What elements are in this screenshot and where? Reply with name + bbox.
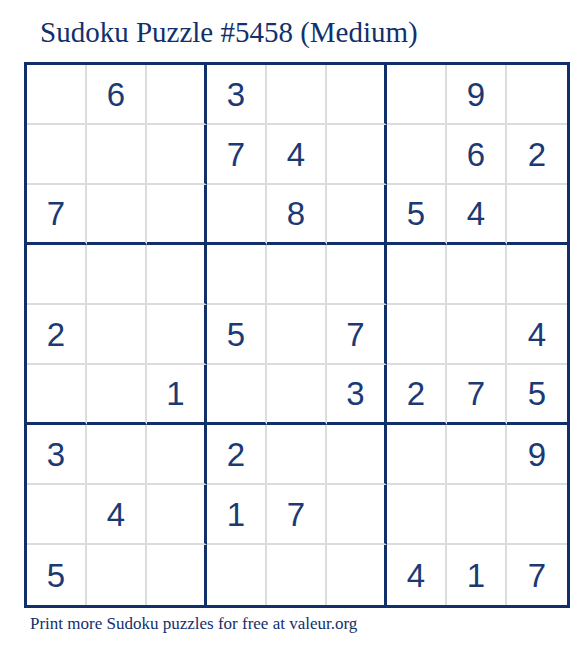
sudoku-cell[interactable] <box>147 185 207 245</box>
sudoku-cell[interactable] <box>327 425 387 485</box>
sudoku-cell[interactable] <box>447 485 507 545</box>
sudoku-cell[interactable]: 3 <box>207 65 267 125</box>
sudoku-cell[interactable]: 7 <box>27 185 87 245</box>
sudoku-cell[interactable] <box>447 425 507 485</box>
sudoku-cell[interactable]: 6 <box>447 125 507 185</box>
sudoku-cell[interactable] <box>507 185 567 245</box>
sudoku-cell[interactable]: 1 <box>447 545 507 605</box>
sudoku-cell[interactable] <box>27 245 87 305</box>
sudoku-cell[interactable]: 4 <box>447 185 507 245</box>
sudoku-cell[interactable] <box>387 125 447 185</box>
sudoku-cell[interactable] <box>27 485 87 545</box>
sudoku-cell[interactable] <box>447 245 507 305</box>
sudoku-cell[interactable] <box>267 245 327 305</box>
sudoku-cell[interactable]: 5 <box>27 545 87 605</box>
sudoku-cell[interactable] <box>147 245 207 305</box>
sudoku-cell[interactable]: 7 <box>207 125 267 185</box>
sudoku-cell[interactable]: 4 <box>267 125 327 185</box>
sudoku-cell[interactable] <box>327 125 387 185</box>
sudoku-cell[interactable] <box>327 485 387 545</box>
sudoku-cell[interactable]: 3 <box>327 365 387 425</box>
sudoku-cell[interactable]: 5 <box>387 185 447 245</box>
sudoku-cell[interactable] <box>327 65 387 125</box>
sudoku-cell[interactable]: 2 <box>207 425 267 485</box>
sudoku-cell[interactable] <box>267 305 327 365</box>
sudoku-cell[interactable]: 2 <box>387 365 447 425</box>
sudoku-cell[interactable]: 2 <box>507 125 567 185</box>
sudoku-cell[interactable] <box>87 305 147 365</box>
sudoku-cell[interactable] <box>87 185 147 245</box>
sudoku-cell[interactable] <box>387 65 447 125</box>
sudoku-cell[interactable]: 5 <box>207 305 267 365</box>
sudoku-cell[interactable]: 7 <box>507 545 567 605</box>
sudoku-cell[interactable] <box>87 125 147 185</box>
sudoku-cell[interactable] <box>507 65 567 125</box>
sudoku-cell[interactable] <box>147 425 207 485</box>
sudoku-cell[interactable] <box>27 65 87 125</box>
sudoku-cell[interactable] <box>147 305 207 365</box>
sudoku-cell[interactable] <box>27 365 87 425</box>
sudoku-cell[interactable]: 1 <box>207 485 267 545</box>
footer-text: Print more Sudoku puzzles for free at va… <box>30 614 357 634</box>
sudoku-cell[interactable] <box>267 545 327 605</box>
sudoku-cell[interactable]: 4 <box>387 545 447 605</box>
sudoku-cell[interactable] <box>447 305 507 365</box>
puzzle-page: Sudoku Puzzle #5458 (Medium) 63974627854… <box>0 0 574 651</box>
sudoku-cell[interactable]: 1 <box>147 365 207 425</box>
sudoku-cell[interactable] <box>387 305 447 365</box>
sudoku-cell[interactable]: 4 <box>507 305 567 365</box>
sudoku-cell[interactable] <box>147 485 207 545</box>
sudoku-cell[interactable] <box>267 365 327 425</box>
sudoku-cell[interactable] <box>387 425 447 485</box>
sudoku-cell[interactable] <box>327 245 387 305</box>
sudoku-board: 639746278542574132753294175417 <box>24 62 570 608</box>
sudoku-cell[interactable]: 8 <box>267 185 327 245</box>
sudoku-cell[interactable] <box>327 185 387 245</box>
sudoku-cell[interactable]: 7 <box>447 365 507 425</box>
sudoku-cell[interactable] <box>147 65 207 125</box>
sudoku-cell[interactable] <box>87 365 147 425</box>
sudoku-cell[interactable]: 7 <box>267 485 327 545</box>
sudoku-cell[interactable] <box>147 125 207 185</box>
sudoku-cell[interactable] <box>207 365 267 425</box>
sudoku-cell[interactable]: 2 <box>27 305 87 365</box>
sudoku-cell[interactable] <box>147 545 207 605</box>
sudoku-cell[interactable] <box>207 245 267 305</box>
page-title: Sudoku Puzzle #5458 (Medium) <box>40 16 418 49</box>
sudoku-cell[interactable] <box>27 125 87 185</box>
sudoku-cell[interactable] <box>387 485 447 545</box>
sudoku-cell[interactable] <box>267 65 327 125</box>
sudoku-cell[interactable] <box>87 425 147 485</box>
sudoku-cell[interactable] <box>327 545 387 605</box>
sudoku-cell[interactable]: 9 <box>507 425 567 485</box>
sudoku-cell[interactable] <box>87 245 147 305</box>
sudoku-cell[interactable] <box>507 485 567 545</box>
sudoku-cell[interactable]: 7 <box>327 305 387 365</box>
sudoku-cell[interactable] <box>387 245 447 305</box>
sudoku-cell[interactable]: 3 <box>27 425 87 485</box>
sudoku-cell[interactable]: 9 <box>447 65 507 125</box>
sudoku-cell[interactable] <box>207 545 267 605</box>
sudoku-cell[interactable]: 5 <box>507 365 567 425</box>
sudoku-cell[interactable] <box>207 185 267 245</box>
sudoku-cell[interactable] <box>87 545 147 605</box>
sudoku-cell[interactable] <box>267 425 327 485</box>
sudoku-cell[interactable]: 4 <box>87 485 147 545</box>
sudoku-cell[interactable]: 6 <box>87 65 147 125</box>
sudoku-cell[interactable] <box>507 245 567 305</box>
